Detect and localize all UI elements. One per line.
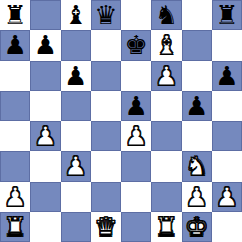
square-a1[interactable]: ♜ xyxy=(0,212,30,242)
square-f4[interactable] xyxy=(151,121,181,151)
square-c2[interactable] xyxy=(61,182,91,212)
square-g6[interactable] xyxy=(182,61,212,91)
square-d4[interactable] xyxy=(91,121,121,151)
square-b6[interactable] xyxy=(30,61,60,91)
black-queen[interactable]: ♛ xyxy=(94,0,117,30)
square-c6[interactable]: ♟ xyxy=(61,61,91,91)
square-d5[interactable] xyxy=(91,91,121,121)
square-f1[interactable]: ♜ xyxy=(151,212,181,242)
white-pawn[interactable]: ♟ xyxy=(155,61,178,91)
square-f6[interactable]: ♟ xyxy=(151,61,181,91)
square-e2[interactable] xyxy=(121,182,151,212)
black-knight[interactable]: ♞ xyxy=(155,0,178,30)
square-h4[interactable] xyxy=(212,121,242,151)
square-e6[interactable] xyxy=(121,61,151,91)
white-pawn[interactable]: ♟ xyxy=(124,121,147,151)
square-e7[interactable]: ♚ xyxy=(121,30,151,60)
square-c4[interactable] xyxy=(61,121,91,151)
square-g2[interactable]: ♟ xyxy=(182,182,212,212)
black-pawn[interactable]: ♟ xyxy=(64,61,87,91)
square-h3[interactable] xyxy=(212,151,242,181)
square-g8[interactable] xyxy=(182,0,212,30)
square-e4[interactable]: ♟ xyxy=(121,121,151,151)
square-f7[interactable]: ♝ xyxy=(151,30,181,60)
square-g4[interactable] xyxy=(182,121,212,151)
white-knight[interactable]: ♞ xyxy=(185,151,208,181)
square-c3[interactable]: ♟ xyxy=(61,151,91,181)
white-pawn[interactable]: ♟ xyxy=(185,182,208,212)
square-h1[interactable] xyxy=(212,212,242,242)
square-h7[interactable] xyxy=(212,30,242,60)
square-a6[interactable] xyxy=(0,61,30,91)
white-pawn[interactable]: ♟ xyxy=(215,182,238,212)
black-king[interactable]: ♚ xyxy=(124,30,147,60)
square-h8[interactable]: ♜ xyxy=(212,0,242,30)
white-bishop[interactable]: ♝ xyxy=(155,30,178,60)
square-d8[interactable]: ♛ xyxy=(91,0,121,30)
black-pawn[interactable]: ♟ xyxy=(34,30,57,60)
square-a7[interactable]: ♟ xyxy=(0,30,30,60)
square-f8[interactable]: ♞ xyxy=(151,0,181,30)
square-b5[interactable] xyxy=(30,91,60,121)
black-bishop[interactable]: ♝ xyxy=(64,0,87,30)
square-f2[interactable] xyxy=(151,182,181,212)
square-e8[interactable] xyxy=(121,0,151,30)
white-pawn[interactable]: ♟ xyxy=(3,182,26,212)
white-king[interactable]: ♚ xyxy=(185,212,208,242)
square-c7[interactable] xyxy=(61,30,91,60)
square-a5[interactable] xyxy=(0,91,30,121)
black-rook[interactable]: ♜ xyxy=(3,0,26,30)
square-d1[interactable]: ♛ xyxy=(91,212,121,242)
square-d6[interactable] xyxy=(91,61,121,91)
square-d3[interactable] xyxy=(91,151,121,181)
white-rook[interactable]: ♜ xyxy=(155,212,178,242)
white-pawn[interactable]: ♟ xyxy=(34,121,57,151)
square-a2[interactable]: ♟ xyxy=(0,182,30,212)
square-b1[interactable] xyxy=(30,212,60,242)
square-h5[interactable] xyxy=(212,91,242,121)
square-g3[interactable]: ♞ xyxy=(182,151,212,181)
square-h2[interactable]: ♟ xyxy=(212,182,242,212)
black-rook[interactable]: ♜ xyxy=(215,0,238,30)
square-g7[interactable] xyxy=(182,30,212,60)
square-b8[interactable] xyxy=(30,0,60,30)
square-f5[interactable] xyxy=(151,91,181,121)
square-h6[interactable]: ♟ xyxy=(212,61,242,91)
square-b2[interactable] xyxy=(30,182,60,212)
square-f3[interactable] xyxy=(151,151,181,181)
black-pawn[interactable]: ♟ xyxy=(215,61,238,91)
square-d2[interactable] xyxy=(91,182,121,212)
square-c8[interactable]: ♝ xyxy=(61,0,91,30)
square-e3[interactable] xyxy=(121,151,151,181)
white-rook[interactable]: ♜ xyxy=(3,212,26,242)
square-c1[interactable] xyxy=(61,212,91,242)
square-g1[interactable]: ♚ xyxy=(182,212,212,242)
white-pawn[interactable]: ♟ xyxy=(64,151,87,181)
square-d7[interactable] xyxy=(91,30,121,60)
square-c5[interactable] xyxy=(61,91,91,121)
square-a8[interactable]: ♜ xyxy=(0,0,30,30)
square-e5[interactable]: ♟ xyxy=(121,91,151,121)
chess-board: ♜♝♛♞♜♟♟♚♝♟♟♟♟♟♟♟♟♞♟♟♟♜♛♜♚ xyxy=(0,0,242,242)
square-a3[interactable] xyxy=(0,151,30,181)
square-b7[interactable]: ♟ xyxy=(30,30,60,60)
square-g5[interactable]: ♟ xyxy=(182,91,212,121)
square-e1[interactable] xyxy=(121,212,151,242)
black-pawn[interactable]: ♟ xyxy=(185,91,208,121)
square-a4[interactable] xyxy=(0,121,30,151)
square-b3[interactable] xyxy=(30,151,60,181)
square-b4[interactable]: ♟ xyxy=(30,121,60,151)
black-pawn[interactable]: ♟ xyxy=(124,91,147,121)
white-queen[interactable]: ♛ xyxy=(94,212,117,242)
black-pawn[interactable]: ♟ xyxy=(3,30,26,60)
